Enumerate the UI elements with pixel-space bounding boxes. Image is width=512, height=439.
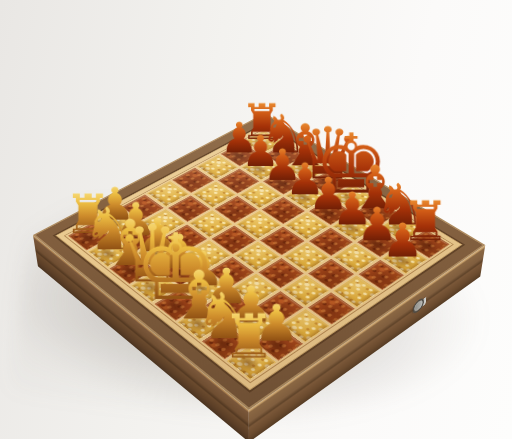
clasp-hook xyxy=(412,296,424,316)
pawn-glyph: ♟ xyxy=(382,217,424,264)
clasp-latch[interactable] xyxy=(412,292,428,318)
square-h5[interactable] xyxy=(334,276,380,307)
clasp-plate xyxy=(413,297,426,313)
product-photo: ♜♞♝♛♚♝♞♜♟♟♟♟♟♟♟♟♟♟♟♟♟♟♟♟♜♞♝♛♚♝♞♜ xyxy=(0,0,512,439)
square-g5[interactable] xyxy=(308,259,354,289)
square-h1[interactable]: ♜ xyxy=(227,344,276,380)
rook-glyph: ♜ xyxy=(222,307,276,368)
